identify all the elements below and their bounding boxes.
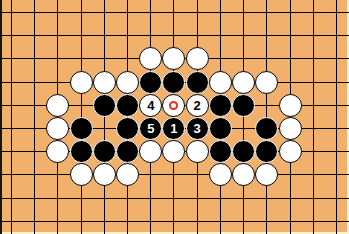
go-board: 42513 — [0, 0, 349, 234]
stone-black — [209, 117, 232, 140]
stone-white — [93, 163, 116, 186]
grid-line-horizontal — [0, 12, 349, 13]
stone-white — [93, 71, 116, 94]
stone-white — [186, 140, 209, 163]
stone-black — [255, 117, 278, 140]
stone-white — [139, 140, 162, 163]
stone-black — [232, 140, 255, 163]
stone-black — [70, 140, 93, 163]
stone-black — [255, 140, 278, 163]
stone-white-marked — [162, 94, 185, 117]
grid-line-horizontal — [0, 35, 349, 36]
stone-white-move-2: 2 — [186, 94, 209, 117]
stone-white — [116, 71, 139, 94]
stone-black — [186, 71, 209, 94]
stone-black — [209, 94, 232, 117]
stone-white — [46, 94, 69, 117]
stone-black-move-5: 5 — [139, 117, 162, 140]
move-number: 4 — [147, 99, 154, 112]
stone-black — [116, 94, 139, 117]
move-number: 2 — [194, 99, 201, 112]
stone-white — [232, 163, 255, 186]
stone-white — [46, 117, 69, 140]
stone-white — [232, 71, 255, 94]
grid-line-horizontal — [0, 174, 349, 175]
stone-black-move-3: 3 — [186, 117, 209, 140]
stone-white — [186, 47, 209, 70]
board-edge-bottom — [0, 232, 349, 234]
circle-mark-icon — [169, 101, 178, 110]
stone-black — [93, 140, 116, 163]
stone-white — [209, 71, 232, 94]
stone-white — [279, 94, 302, 117]
stone-black — [209, 140, 232, 163]
stone-white — [162, 47, 185, 70]
stone-white-move-4: 4 — [139, 94, 162, 117]
stone-white — [279, 117, 302, 140]
stone-black — [116, 140, 139, 163]
stone-black — [139, 71, 162, 94]
stone-black — [116, 117, 139, 140]
stone-white — [116, 163, 139, 186]
stone-white — [162, 140, 185, 163]
stone-white — [209, 163, 232, 186]
grid-line-horizontal — [0, 221, 349, 222]
stone-white — [70, 163, 93, 186]
stone-black — [93, 94, 116, 117]
stone-white — [255, 163, 278, 186]
stone-white — [279, 140, 302, 163]
stone-white — [70, 71, 93, 94]
stone-black-move-1: 1 — [162, 117, 185, 140]
grid-line-horizontal — [0, 198, 349, 199]
stone-black — [70, 117, 93, 140]
stone-white — [46, 140, 69, 163]
move-number: 1 — [170, 122, 177, 135]
move-number: 5 — [147, 122, 154, 135]
move-number: 3 — [194, 122, 201, 135]
stone-white — [139, 47, 162, 70]
stone-white — [255, 71, 278, 94]
stone-black — [232, 94, 255, 117]
stone-black — [162, 71, 185, 94]
